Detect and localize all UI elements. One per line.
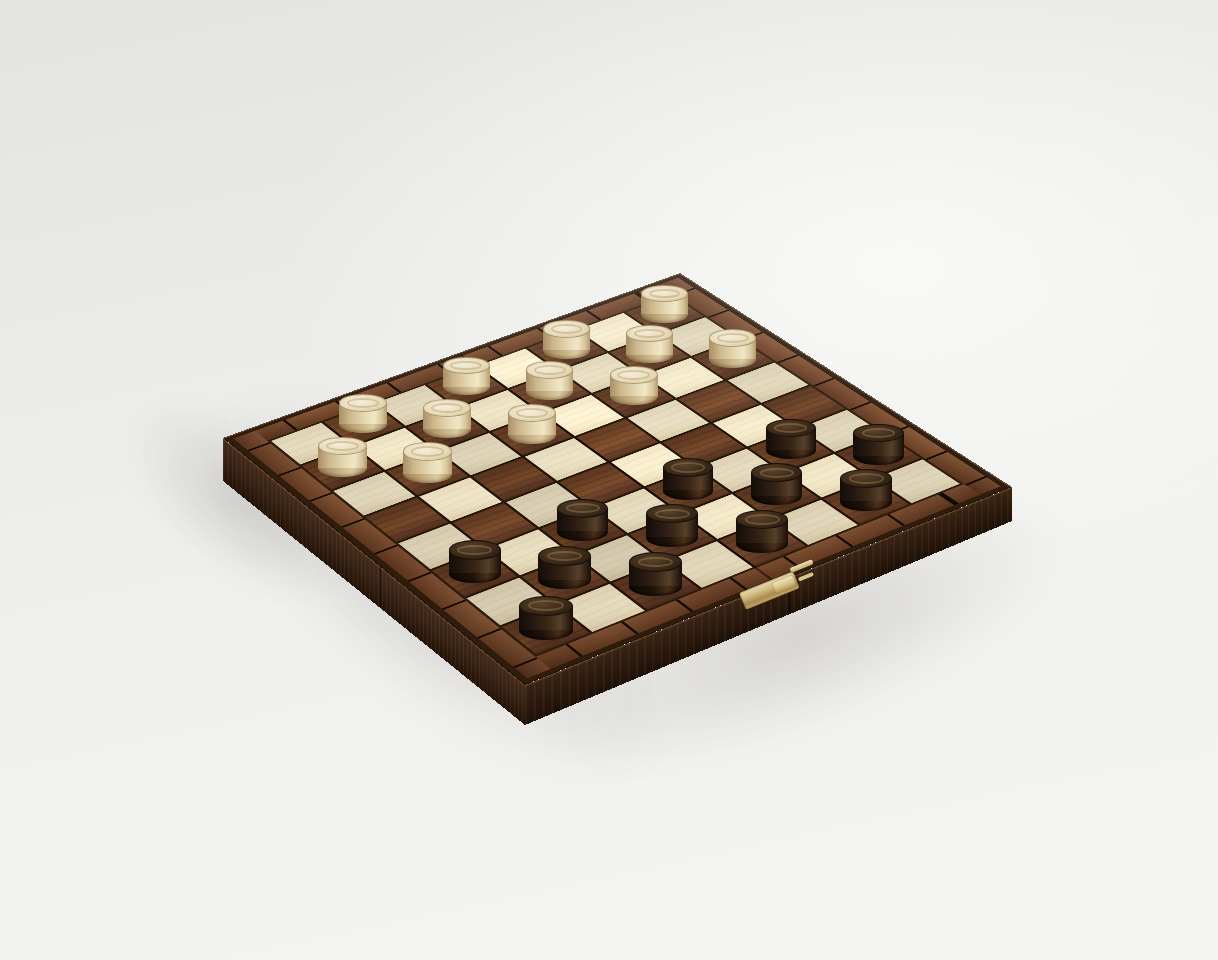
- fold-seam-left-face: [379, 566, 380, 608]
- product-photo-scene: [0, 0, 1218, 960]
- clasp-pin: [798, 572, 814, 582]
- checkers-board: [223, 273, 1012, 685]
